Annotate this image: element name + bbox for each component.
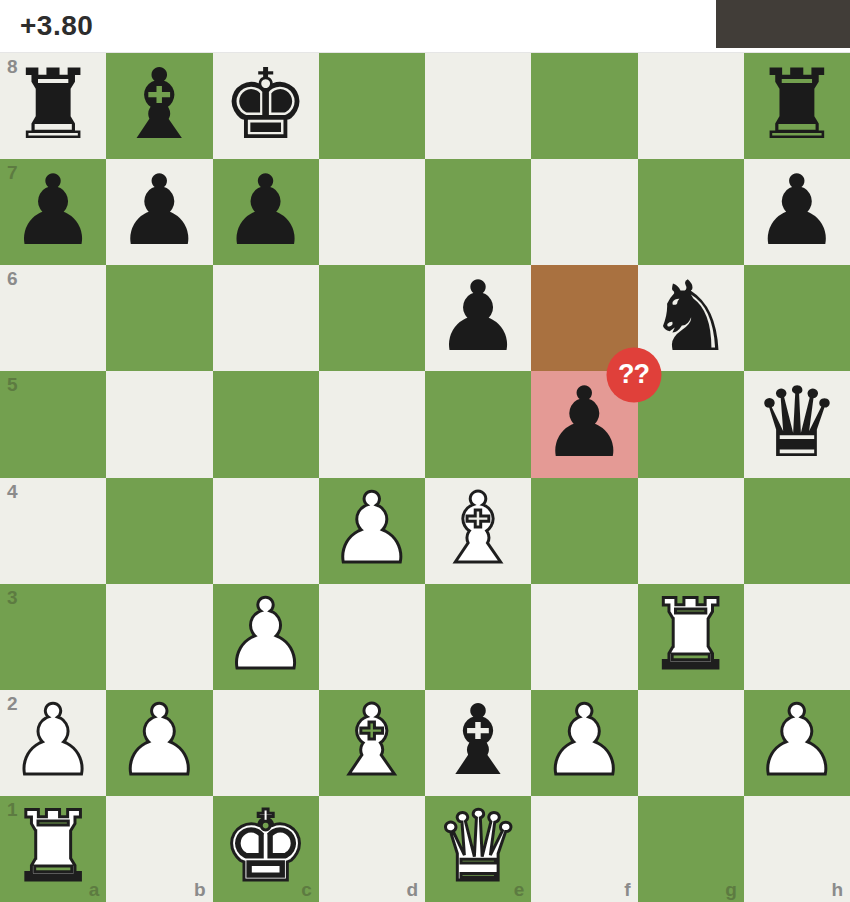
- square-h3[interactable]: [744, 584, 850, 690]
- square-b5[interactable]: [106, 371, 212, 477]
- square-g3[interactable]: ♜: [638, 584, 744, 690]
- square-h6[interactable]: [744, 265, 850, 371]
- square-e1[interactable]: e♛: [425, 796, 531, 902]
- square-a5[interactable]: 5: [0, 371, 106, 477]
- square-h5[interactable]: ♛: [744, 371, 850, 477]
- black-king[interactable]: ♚: [222, 56, 309, 153]
- square-b2[interactable]: ♟: [106, 690, 212, 796]
- square-c2[interactable]: [213, 690, 319, 796]
- square-h2[interactable]: ♟: [744, 690, 850, 796]
- square-d3[interactable]: [319, 584, 425, 690]
- file-label-g: g: [725, 880, 737, 899]
- square-d2[interactable]: ♝: [319, 690, 425, 796]
- square-e4[interactable]: ♝: [425, 478, 531, 584]
- square-a2[interactable]: 2♟: [0, 690, 106, 796]
- square-d5[interactable]: [319, 371, 425, 477]
- square-e7[interactable]: [425, 159, 531, 265]
- black-rook[interactable]: ♜: [10, 56, 97, 153]
- white-queen[interactable]: ♛: [435, 798, 522, 895]
- white-king[interactable]: ♚: [222, 798, 309, 895]
- square-b1[interactable]: b: [106, 796, 212, 902]
- square-f4[interactable]: [531, 478, 637, 584]
- file-label-h: h: [831, 880, 843, 899]
- square-c5[interactable]: [213, 371, 319, 477]
- square-b3[interactable]: [106, 584, 212, 690]
- square-e6[interactable]: ♟: [425, 265, 531, 371]
- black-pawn[interactable]: ♟: [222, 162, 309, 259]
- square-c8[interactable]: ♚: [213, 53, 319, 159]
- square-g1[interactable]: g: [638, 796, 744, 902]
- square-g7[interactable]: [638, 159, 744, 265]
- square-g8[interactable]: [638, 53, 744, 159]
- black-bishop[interactable]: ♝: [435, 692, 522, 789]
- square-b6[interactable]: [106, 265, 212, 371]
- square-d1[interactable]: d: [319, 796, 425, 902]
- square-a1[interactable]: 1a♜: [0, 796, 106, 902]
- file-label-b: b: [194, 880, 206, 899]
- black-bishop[interactable]: ♝: [116, 56, 203, 153]
- top-bar: +3.80: [0, 0, 850, 53]
- black-pawn[interactable]: ♟: [116, 162, 203, 259]
- file-label-d: d: [406, 880, 418, 899]
- square-b8[interactable]: ♝: [106, 53, 212, 159]
- square-d4[interactable]: ♟: [319, 478, 425, 584]
- rank-label-6: 6: [7, 269, 18, 288]
- square-d7[interactable]: [319, 159, 425, 265]
- square-f1[interactable]: f: [531, 796, 637, 902]
- white-pawn[interactable]: ♟: [753, 692, 840, 789]
- square-h4[interactable]: [744, 478, 850, 584]
- square-c3[interactable]: ♟: [213, 584, 319, 690]
- square-g2[interactable]: [638, 690, 744, 796]
- square-h8[interactable]: ♜: [744, 53, 850, 159]
- black-pawn[interactable]: ♟: [753, 162, 840, 259]
- evaluation-score: +3.80: [20, 10, 93, 42]
- white-pawn[interactable]: ♟: [541, 692, 628, 789]
- square-g4[interactable]: [638, 478, 744, 584]
- white-pawn[interactable]: ♟: [328, 480, 415, 577]
- chess-board[interactable]: ?? 8♜♝♚♜7♟♟♟♟6♟♞5♟♛4♟♝3♟♜2♟♟♝♝♟♟1a♜bc♚de…: [0, 53, 850, 902]
- square-a8[interactable]: 8♜: [0, 53, 106, 159]
- top-right-panel: [716, 0, 850, 48]
- square-e5[interactable]: [425, 371, 531, 477]
- square-e2[interactable]: ♝: [425, 690, 531, 796]
- rank-label-3: 3: [7, 588, 18, 607]
- white-pawn[interactable]: ♟: [222, 586, 309, 683]
- square-a3[interactable]: 3: [0, 584, 106, 690]
- black-knight[interactable]: ♞: [647, 268, 734, 365]
- square-a6[interactable]: 6: [0, 265, 106, 371]
- white-rook[interactable]: ♜: [647, 586, 734, 683]
- square-f7[interactable]: [531, 159, 637, 265]
- square-a7[interactable]: 7♟: [0, 159, 106, 265]
- square-b4[interactable]: [106, 478, 212, 584]
- square-f3[interactable]: [531, 584, 637, 690]
- black-queen[interactable]: ♛: [753, 374, 840, 471]
- square-e8[interactable]: [425, 53, 531, 159]
- square-f2[interactable]: ♟: [531, 690, 637, 796]
- black-pawn[interactable]: ♟: [10, 162, 97, 259]
- black-rook[interactable]: ♜: [753, 56, 840, 153]
- square-c4[interactable]: [213, 478, 319, 584]
- white-pawn[interactable]: ♟: [116, 692, 203, 789]
- square-e3[interactable]: [425, 584, 531, 690]
- white-rook[interactable]: ♜: [10, 798, 97, 895]
- square-f8[interactable]: [531, 53, 637, 159]
- white-pawn[interactable]: ♟: [10, 692, 97, 789]
- square-c7[interactable]: ♟: [213, 159, 319, 265]
- black-pawn[interactable]: ♟: [435, 268, 522, 365]
- square-b7[interactable]: ♟: [106, 159, 212, 265]
- rank-label-4: 4: [7, 482, 18, 501]
- file-label-f: f: [624, 880, 630, 899]
- rank-label-5: 5: [7, 375, 18, 394]
- square-h7[interactable]: ♟: [744, 159, 850, 265]
- white-bishop[interactable]: ♝: [435, 480, 522, 577]
- square-c6[interactable]: [213, 265, 319, 371]
- square-h1[interactable]: h: [744, 796, 850, 902]
- white-bishop[interactable]: ♝: [328, 692, 415, 789]
- blunder-badge: ??: [606, 348, 661, 403]
- square-c1[interactable]: c♚: [213, 796, 319, 902]
- square-a4[interactable]: 4: [0, 478, 106, 584]
- square-d8[interactable]: [319, 53, 425, 159]
- square-d6[interactable]: [319, 265, 425, 371]
